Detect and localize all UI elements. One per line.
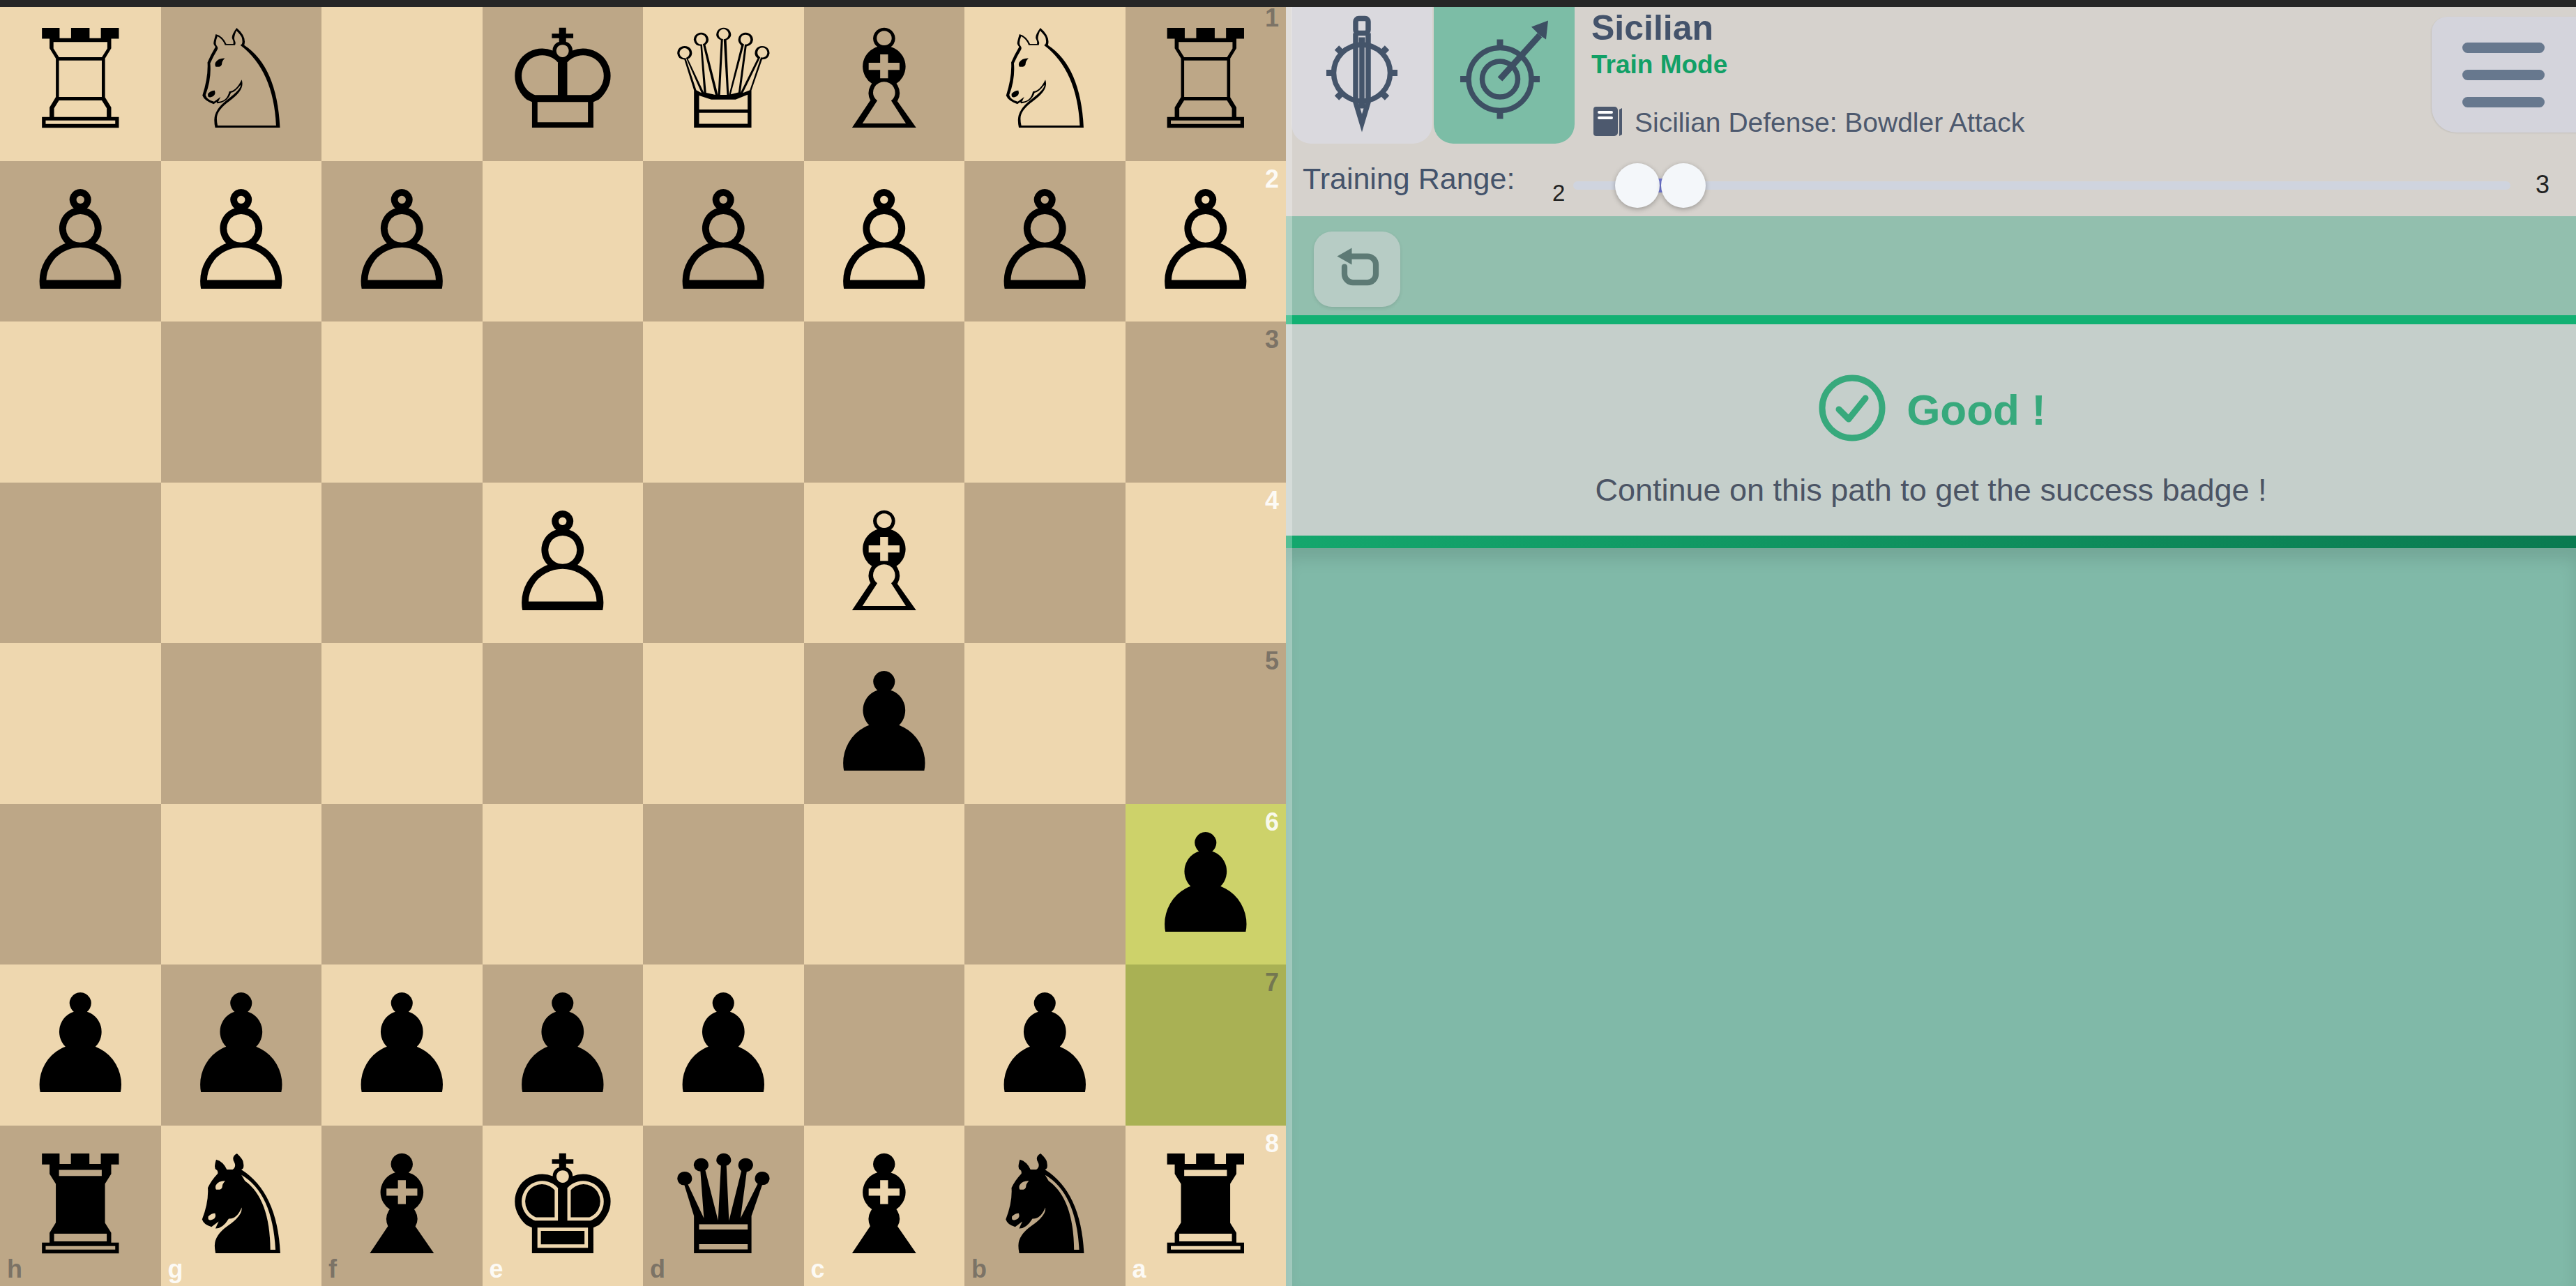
square-g4[interactable] — [161, 483, 322, 644]
piece-black-pawn: ♟ — [964, 965, 1126, 1126]
square-d5[interactable] — [643, 643, 804, 804]
rank-label-6: 6 — [1265, 810, 1279, 835]
menu-button[interactable] — [2432, 17, 2576, 133]
square-g8[interactable]: ♞g — [161, 1126, 322, 1286]
check-circle-icon — [1816, 372, 1888, 447]
piece-black-rook: ♜ — [1126, 1126, 1287, 1286]
square-c1[interactable]: ♗ — [804, 0, 965, 161]
square-b5[interactable] — [964, 643, 1126, 804]
square-f2[interactable]: ♙ — [321, 161, 483, 322]
square-g3[interactable] — [161, 321, 322, 483]
square-h7[interactable]: ♟ — [0, 965, 161, 1126]
square-a1[interactable]: ♖1 — [1126, 0, 1287, 161]
square-f7[interactable]: ♟ — [321, 965, 483, 1126]
square-f6[interactable] — [321, 804, 483, 965]
piece-black-pawn: ♟ — [1126, 804, 1287, 965]
square-a5[interactable]: 5 — [1126, 643, 1287, 804]
build-mode-icon — [1310, 14, 1414, 137]
square-c7[interactable] — [804, 965, 965, 1126]
file-label-e: e — [490, 1257, 503, 1282]
piece-black-knight: ♞ — [161, 1126, 322, 1286]
rank-label-2: 2 — [1265, 167, 1279, 192]
panel-header: Sicilian Train Mode Sicilian Defense: Bo… — [1286, 0, 2576, 216]
range-max-value: 3 — [2536, 170, 2550, 199]
divider-line-bottom — [1286, 536, 2576, 548]
piece-white-pawn: ♙ — [483, 483, 644, 644]
rank-label-4: 4 — [1265, 488, 1279, 513]
square-h5[interactable] — [0, 643, 161, 804]
square-a8[interactable]: ♜8a — [1126, 1126, 1287, 1286]
piece-white-pawn: ♙ — [643, 161, 804, 322]
piece-black-bishop: ♝ — [321, 1126, 483, 1286]
square-c4[interactable]: ♗ — [804, 483, 965, 644]
square-e8[interactable]: ♚e — [483, 1126, 644, 1286]
piece-white-knight: ♘ — [964, 0, 1126, 161]
square-a2[interactable]: ♙2 — [1126, 161, 1287, 322]
piece-white-pawn: ♙ — [321, 161, 483, 322]
square-f1[interactable] — [321, 0, 483, 161]
square-a4[interactable]: 4 — [1126, 483, 1287, 644]
opening-title: Sicilian — [1591, 8, 2024, 47]
square-b8[interactable]: ♞b — [964, 1126, 1126, 1286]
feedback-message-box: Good ! Continue on this path to get the … — [1286, 324, 2576, 536]
menu-icon — [2462, 43, 2545, 53]
piece-black-king: ♚ — [483, 1126, 644, 1286]
piece-white-knight: ♘ — [161, 0, 322, 161]
piece-white-queen: ♕ — [643, 0, 804, 161]
feedback-title-row: Good ! — [1286, 372, 2576, 447]
controls-band — [1286, 216, 2576, 315]
range-slider-handle-left[interactable] — [1615, 163, 1660, 208]
square-e7[interactable]: ♟ — [483, 965, 644, 1126]
square-g5[interactable] — [161, 643, 322, 804]
train-mode-icon — [1452, 14, 1556, 137]
piece-black-rook: ♜ — [0, 1126, 161, 1286]
square-c3[interactable] — [804, 321, 965, 483]
piece-white-pawn: ♙ — [161, 161, 322, 322]
square-d3[interactable] — [643, 321, 804, 483]
book-icon — [1591, 104, 1623, 142]
rank-label-5: 5 — [1265, 649, 1279, 674]
square-e1[interactable]: ♔ — [483, 0, 644, 161]
rank-label-8: 8 — [1265, 1131, 1279, 1156]
square-b2[interactable]: ♙ — [964, 161, 1126, 322]
divider-line-top — [1286, 315, 2576, 324]
square-e5[interactable] — [483, 643, 644, 804]
opening-line-text: Sicilian Defense: Bowdler Attack — [1635, 107, 2024, 138]
square-c5[interactable]: ♟ — [804, 643, 965, 804]
square-f5[interactable] — [321, 643, 483, 804]
piece-white-king: ♔ — [483, 0, 644, 161]
range-slider-handle-right[interactable] — [1661, 163, 1706, 208]
square-h6[interactable] — [0, 804, 161, 965]
file-label-b: b — [971, 1257, 987, 1282]
feedback-title: Good ! — [1907, 385, 2046, 434]
piece-black-pawn: ♟ — [804, 643, 965, 804]
square-a3[interactable]: 3 — [1126, 321, 1287, 483]
square-d6[interactable] — [643, 804, 804, 965]
chess-board: ♖♘♔♕♗♘♖1♙♙♙♙♙♙♙23♙♗4♟5♟6♟♟♟♟♟♟7♜h♞g♝f♚e♛… — [0, 0, 1286, 1286]
square-b1[interactable]: ♘ — [964, 0, 1126, 161]
panel-background — [1286, 548, 2576, 1286]
piece-white-bishop: ♗ — [804, 0, 965, 161]
file-label-c: c — [811, 1257, 825, 1282]
piece-white-pawn: ♙ — [804, 161, 965, 322]
square-h1[interactable]: ♖ — [0, 0, 161, 161]
panel-edge-strip — [1286, 0, 1292, 1286]
title-block: Sicilian Train Mode Sicilian Defense: Bo… — [1591, 8, 2024, 142]
piece-black-pawn: ♟ — [643, 965, 804, 1126]
square-c6[interactable] — [804, 804, 965, 965]
square-b7[interactable]: ♟ — [964, 965, 1126, 1126]
app-root: ♖♘♔♕♗♘♖1♙♙♙♙♙♙♙23♙♗4♟5♟6♟♟♟♟♟♟7♜h♞g♝f♚e♛… — [0, 0, 2576, 1286]
square-c2[interactable]: ♙ — [804, 161, 965, 322]
file-label-a: a — [1132, 1257, 1146, 1282]
range-min-value: 2 — [1552, 180, 1565, 206]
rank-label-3: 3 — [1265, 327, 1279, 352]
piece-black-pawn: ♟ — [161, 965, 322, 1126]
train-mode-button[interactable] — [1434, 7, 1575, 144]
undo-icon — [1330, 243, 1384, 296]
training-range-row: Training Range: 2 3 — [1286, 152, 2576, 216]
square-b6[interactable] — [964, 804, 1126, 965]
piece-white-pawn: ♙ — [0, 161, 161, 322]
piece-black-bishop: ♝ — [804, 1126, 965, 1286]
piece-white-bishop: ♗ — [804, 483, 965, 644]
square-c8[interactable]: ♝c — [804, 1126, 965, 1286]
range-slider-track[interactable] — [1573, 181, 2510, 190]
file-label-d: d — [650, 1257, 665, 1282]
opening-line-row: Sicilian Defense: Bowdler Attack — [1591, 104, 2024, 142]
piece-black-pawn: ♟ — [0, 965, 161, 1126]
square-h3[interactable] — [0, 321, 161, 483]
square-g7[interactable]: ♟ — [161, 965, 322, 1126]
file-label-g: g — [168, 1257, 183, 1282]
piece-white-pawn: ♙ — [1126, 161, 1287, 322]
square-h8[interactable]: ♜h — [0, 1126, 161, 1286]
square-a6[interactable]: ♟6 — [1126, 804, 1287, 965]
square-b3[interactable] — [964, 321, 1126, 483]
square-d8[interactable]: ♛d — [643, 1126, 804, 1286]
square-h2[interactable]: ♙ — [0, 161, 161, 322]
side-panel: Sicilian Train Mode Sicilian Defense: Bo… — [1286, 0, 2576, 1286]
file-label-h: h — [7, 1257, 22, 1282]
piece-white-pawn: ♙ — [964, 161, 1126, 322]
square-g1[interactable]: ♘ — [161, 0, 322, 161]
square-e4[interactable]: ♙ — [483, 483, 644, 644]
undo-move-button[interactable] — [1314, 232, 1400, 307]
square-g6[interactable] — [161, 804, 322, 965]
feedback-body: Continue on this path to get the success… — [1286, 472, 2576, 508]
rank-label-1: 1 — [1265, 6, 1279, 31]
training-range-label: Training Range: — [1303, 162, 1515, 196]
square-d2[interactable]: ♙ — [643, 161, 804, 322]
square-d4[interactable] — [643, 483, 804, 644]
square-b4[interactable] — [964, 483, 1126, 644]
square-f4[interactable] — [321, 483, 483, 644]
square-d1[interactable]: ♕ — [643, 0, 804, 161]
piece-white-rook: ♖ — [1126, 0, 1287, 161]
piece-black-pawn: ♟ — [483, 965, 644, 1126]
rank-label-7: 7 — [1265, 970, 1279, 995]
square-a7[interactable]: 7 — [1126, 965, 1287, 1126]
piece-black-knight: ♞ — [964, 1126, 1126, 1286]
piece-black-queen: ♛ — [643, 1126, 804, 1286]
file-label-f: f — [328, 1257, 337, 1282]
square-g2[interactable]: ♙ — [161, 161, 322, 322]
square-e6[interactable] — [483, 804, 644, 965]
square-e3[interactable] — [483, 321, 644, 483]
square-f3[interactable] — [321, 321, 483, 483]
piece-black-pawn: ♟ — [321, 965, 483, 1126]
piece-white-rook: ♖ — [0, 0, 161, 161]
square-h4[interactable] — [0, 483, 161, 644]
mode-label: Train Mode — [1591, 50, 2024, 80]
build-mode-button[interactable] — [1291, 7, 1432, 144]
square-f8[interactable]: ♝f — [321, 1126, 483, 1286]
window-top-edge — [0, 0, 2576, 7]
square-e2[interactable] — [483, 161, 644, 322]
square-d7[interactable]: ♟ — [643, 965, 804, 1126]
